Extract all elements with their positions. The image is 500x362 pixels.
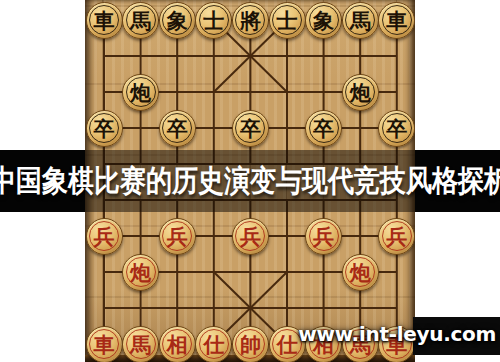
- piece-character: 炮: [130, 262, 151, 283]
- piece-character: 炮: [350, 82, 371, 103]
- piece-red-炮: 炮: [342, 254, 379, 291]
- piece-character: 兵: [313, 226, 334, 247]
- piece-character: 兵: [386, 226, 407, 247]
- piece-black-士: 士: [269, 2, 306, 39]
- piece-character: 炮: [130, 82, 151, 103]
- piece-red-兵: 兵: [86, 218, 123, 255]
- piece-red-兵: 兵: [305, 218, 342, 255]
- page-root: 車馬象士將士象馬車炮炮卒卒卒卒卒兵兵兵兵兵炮炮車馬相仕帥仕相馬車 中国象棋比赛的…: [0, 0, 500, 362]
- piece-red-帥: 帥: [232, 326, 269, 362]
- piece-black-卒: 卒: [86, 110, 123, 147]
- piece-character: 卒: [94, 118, 115, 139]
- piece-character: 卒: [167, 118, 188, 139]
- piece-character: 兵: [167, 226, 188, 247]
- piece-black-卒: 卒: [305, 110, 342, 147]
- piece-character: 仕: [277, 334, 298, 355]
- piece-black-士: 士: [195, 2, 232, 39]
- piece-character: 炮: [350, 262, 371, 283]
- piece-character: 車: [94, 334, 115, 355]
- piece-character: 帥: [240, 334, 261, 355]
- piece-black-馬: 馬: [122, 2, 159, 39]
- piece-character: 馬: [130, 10, 151, 31]
- piece-red-炮: 炮: [122, 254, 159, 291]
- piece-character: 車: [386, 10, 407, 31]
- piece-black-象: 象: [305, 2, 342, 39]
- piece-character: 馬: [350, 10, 371, 31]
- piece-character: 卒: [313, 118, 334, 139]
- piece-red-車: 車: [86, 326, 123, 362]
- piece-red-馬: 馬: [122, 326, 159, 362]
- piece-character: 將: [240, 10, 261, 31]
- piece-character: 卒: [240, 118, 261, 139]
- piece-red-相: 相: [159, 326, 196, 362]
- banner-title-text: 中国象棋比赛的历史演变与现代竞技风格探析: [0, 145, 500, 217]
- piece-black-車: 車: [378, 2, 415, 39]
- piece-character: 士: [203, 10, 224, 31]
- piece-black-炮: 炮: [342, 74, 379, 111]
- piece-red-兵: 兵: [232, 218, 269, 255]
- piece-character: 馬: [130, 334, 151, 355]
- piece-red-仕: 仕: [195, 326, 232, 362]
- piece-black-炮: 炮: [122, 74, 159, 111]
- title-banner: 中国象棋比赛的历史演变与现代竞技风格探析: [0, 150, 500, 212]
- piece-character: 相: [167, 334, 188, 355]
- piece-character: 兵: [240, 226, 261, 247]
- piece-red-兵: 兵: [159, 218, 196, 255]
- piece-character: 象: [167, 10, 188, 31]
- piece-character: 卒: [386, 118, 407, 139]
- piece-character: 士: [277, 10, 298, 31]
- piece-red-兵: 兵: [378, 218, 415, 255]
- piece-black-馬: 馬: [342, 2, 379, 39]
- piece-character: 兵: [94, 226, 115, 247]
- piece-character: 仕: [203, 334, 224, 355]
- piece-black-象: 象: [159, 2, 196, 39]
- piece-black-卒: 卒: [378, 110, 415, 147]
- piece-black-卒: 卒: [232, 110, 269, 147]
- piece-black-卒: 卒: [159, 110, 196, 147]
- watermark-text: www.int-leyu.com: [298, 322, 496, 346]
- piece-black-將: 將: [232, 2, 269, 39]
- piece-black-車: 車: [86, 2, 123, 39]
- piece-character: 象: [313, 10, 334, 31]
- piece-character: 車: [94, 10, 115, 31]
